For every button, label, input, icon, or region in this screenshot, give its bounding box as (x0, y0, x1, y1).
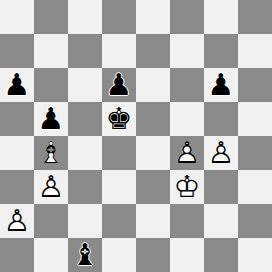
white-pawn-piece: ♙ (34, 170, 68, 204)
square-f8[interactable] (170, 0, 204, 34)
square-f3[interactable]: ♚♔ (170, 170, 204, 204)
white-pawn-piece: ♙ (204, 136, 238, 170)
square-h2[interactable] (238, 204, 272, 238)
square-c1[interactable]: ♝ (68, 238, 102, 272)
square-h4[interactable] (238, 136, 272, 170)
square-b6[interactable] (34, 68, 68, 102)
square-g3[interactable] (204, 170, 238, 204)
square-h5[interactable] (238, 102, 272, 136)
square-a7[interactable] (0, 34, 34, 68)
square-g7[interactable] (204, 34, 238, 68)
white-bishop-piece-fill: ♝ (34, 136, 68, 170)
white-pawn-piece-fill: ♟ (204, 136, 238, 170)
square-d2[interactable] (102, 204, 136, 238)
square-e6[interactable] (136, 68, 170, 102)
square-f6[interactable] (170, 68, 204, 102)
square-e2[interactable] (136, 204, 170, 238)
square-b5[interactable]: ♟ (34, 102, 68, 136)
square-f1[interactable] (170, 238, 204, 272)
square-c6[interactable] (68, 68, 102, 102)
square-a2[interactable]: ♟♙ (0, 204, 34, 238)
square-f4[interactable]: ♟♙ (170, 136, 204, 170)
square-d1[interactable] (102, 238, 136, 272)
square-a5[interactable] (0, 102, 34, 136)
white-pawn-piece-fill: ♟ (0, 204, 34, 238)
square-h1[interactable] (238, 238, 272, 272)
square-h3[interactable] (238, 170, 272, 204)
square-d7[interactable] (102, 34, 136, 68)
white-pawn-piece-fill: ♟ (34, 170, 68, 204)
square-g1[interactable] (204, 238, 238, 272)
white-king-piece-fill: ♚ (170, 170, 204, 204)
black-pawn-piece: ♟ (204, 68, 238, 102)
square-b2[interactable] (34, 204, 68, 238)
square-d3[interactable] (102, 170, 136, 204)
black-bishop-piece: ♝ (68, 238, 102, 272)
square-d6[interactable]: ♟ (102, 68, 136, 102)
black-pawn-piece: ♟ (0, 68, 34, 102)
square-c8[interactable] (68, 0, 102, 34)
square-d4[interactable] (102, 136, 136, 170)
white-pawn-piece: ♙ (170, 136, 204, 170)
square-a1[interactable] (0, 238, 34, 272)
square-b3[interactable]: ♟♙ (34, 170, 68, 204)
square-g6[interactable]: ♟ (204, 68, 238, 102)
square-h8[interactable] (238, 0, 272, 34)
square-e7[interactable] (136, 34, 170, 68)
square-b1[interactable] (34, 238, 68, 272)
square-h7[interactable] (238, 34, 272, 68)
square-d5[interactable]: ♚ (102, 102, 136, 136)
white-pawn-piece: ♙ (0, 204, 34, 238)
square-b4[interactable]: ♝♗ (34, 136, 68, 170)
square-c5[interactable] (68, 102, 102, 136)
square-g4[interactable]: ♟♙ (204, 136, 238, 170)
square-e4[interactable] (136, 136, 170, 170)
square-h6[interactable] (238, 68, 272, 102)
square-e8[interactable] (136, 0, 170, 34)
square-e3[interactable] (136, 170, 170, 204)
chess-board: ♟♟♟♟♚♝♗♟♙♟♙♟♙♚♔♟♙♝ (0, 0, 272, 272)
square-e5[interactable] (136, 102, 170, 136)
square-f5[interactable] (170, 102, 204, 136)
square-a8[interactable] (0, 0, 34, 34)
white-king-piece: ♔ (170, 170, 204, 204)
white-bishop-piece: ♗ (34, 136, 68, 170)
square-a3[interactable] (0, 170, 34, 204)
square-f2[interactable] (170, 204, 204, 238)
square-g5[interactable] (204, 102, 238, 136)
black-pawn-piece: ♟ (102, 68, 136, 102)
square-c2[interactable] (68, 204, 102, 238)
square-c4[interactable] (68, 136, 102, 170)
square-e1[interactable] (136, 238, 170, 272)
black-king-piece: ♚ (102, 102, 136, 136)
square-b7[interactable] (34, 34, 68, 68)
square-c3[interactable] (68, 170, 102, 204)
square-b8[interactable] (34, 0, 68, 34)
square-d8[interactable] (102, 0, 136, 34)
square-a6[interactable]: ♟ (0, 68, 34, 102)
white-pawn-piece-fill: ♟ (170, 136, 204, 170)
square-g2[interactable] (204, 204, 238, 238)
square-c7[interactable] (68, 34, 102, 68)
square-a4[interactable] (0, 136, 34, 170)
square-g8[interactable] (204, 0, 238, 34)
square-f7[interactable] (170, 34, 204, 68)
black-pawn-piece: ♟ (34, 102, 68, 136)
